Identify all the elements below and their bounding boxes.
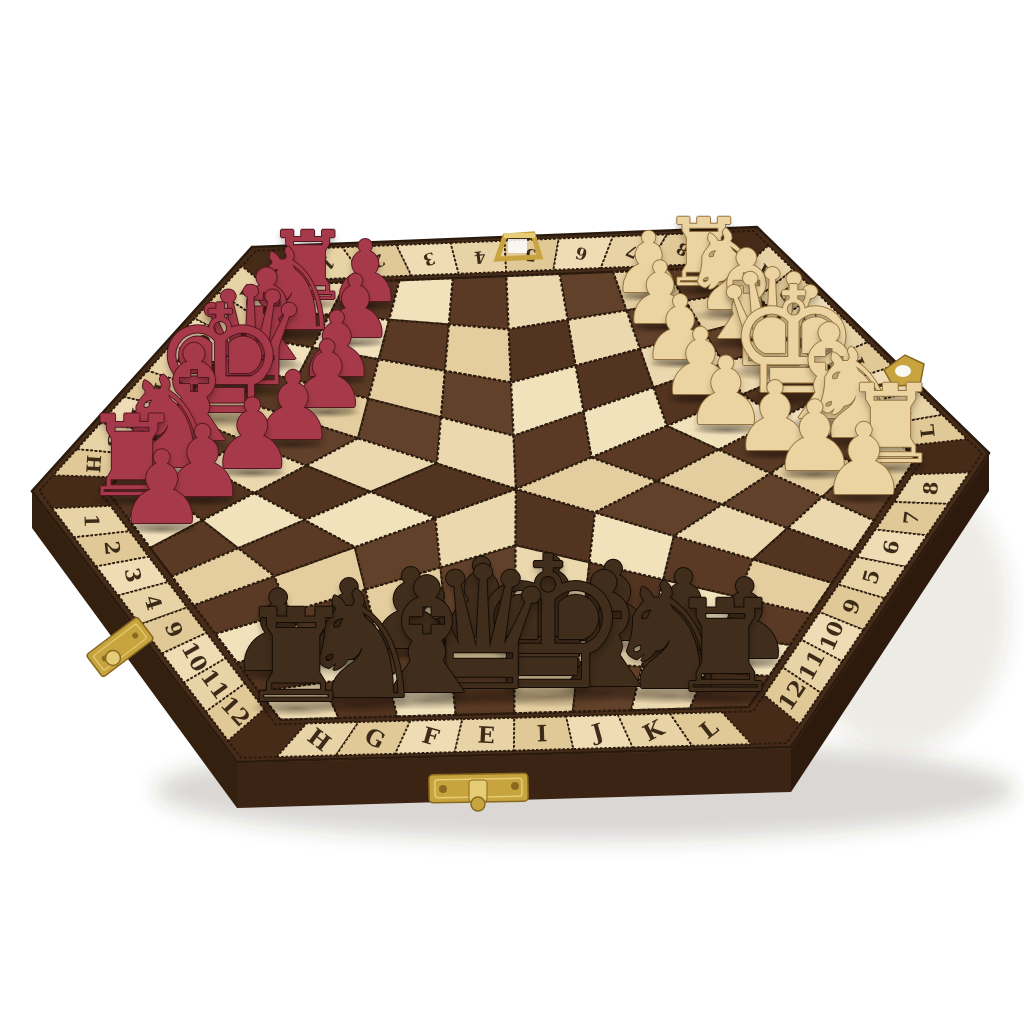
piece-red-pawn-file8[interactable]: ♟ — [117, 438, 208, 539]
product-photo-scene: 12345678ABCDIJKL87659101112HGFEIJKL12349… — [0, 0, 1024, 1024]
piece-dark-rook-kside[interactable]: ♜ — [668, 583, 783, 711]
piece-white-pawn-file8[interactable]: ♟ — [819, 410, 908, 509]
pieces-layer: ♜♟♜♟♞♟♞♟♝♟♝♛♟♛♚♟♟♚♝♟♞♟♝♟♜♟♞♟♟♜♟♟♟♟♟♟♟♟♟♟… — [0, 0, 1024, 1024]
piece-dark-rook-qside[interactable]: ♜ — [238, 592, 354, 721]
